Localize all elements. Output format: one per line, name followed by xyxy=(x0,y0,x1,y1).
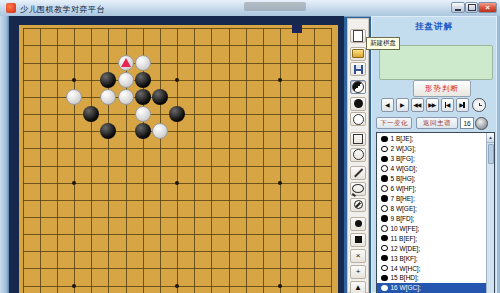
board-grid-line xyxy=(331,28,332,293)
move-list-item[interactable]: 11 B[EF]; xyxy=(377,233,487,243)
move-label: 16 W[GC]; xyxy=(391,284,421,291)
next-variation-button[interactable]: 下一变化 xyxy=(376,117,412,129)
marker-square-button[interactable] xyxy=(350,233,366,247)
step-forward-icon: ▶ xyxy=(400,101,405,108)
filled-square-marker-icon xyxy=(355,236,362,243)
board-grid-line xyxy=(108,28,109,293)
board-grid-line xyxy=(23,28,24,293)
title-bar: 少儿围棋教学对弈平台 × xyxy=(0,0,500,17)
move-label: 7 B[HE]; xyxy=(391,195,415,202)
move-list-item[interactable]: 2 W[JG]; xyxy=(377,144,487,154)
move-list[interactable]: 16 W[GC];15 B[HD];14 W[HC];13 B[KF];12 W… xyxy=(376,132,495,293)
board-grid-line xyxy=(23,45,333,46)
tooltip: 新建棋盘 xyxy=(366,37,400,50)
plus-marker-icon: + xyxy=(356,268,361,276)
white-stone xyxy=(152,123,168,139)
board-grid-line xyxy=(23,63,333,64)
marker-plus-button[interactable]: + xyxy=(350,265,366,279)
step-forward-button[interactable]: ▶ xyxy=(396,98,410,112)
scroll-up-icon[interactable]: ▲ xyxy=(487,133,494,143)
white-stone xyxy=(118,72,134,88)
window-left-border xyxy=(0,16,9,293)
marker-dot-button[interactable] xyxy=(350,217,366,231)
move-number-field[interactable]: 16 xyxy=(460,117,474,129)
black-stone-icon xyxy=(381,175,388,182)
board-grid-line xyxy=(246,28,247,293)
app-icon xyxy=(6,3,16,13)
star-point xyxy=(72,181,76,185)
move-list-item[interactable]: 15 B[HD]; xyxy=(377,273,487,283)
clock-button[interactable] xyxy=(472,98,486,112)
step-back-button[interactable]: ◀ xyxy=(381,98,395,112)
black-stone-icon xyxy=(381,195,388,202)
move-list-item[interactable]: 12 W[DE]; xyxy=(377,243,487,253)
black-stone xyxy=(135,89,151,105)
move-label: 6 W[HF]; xyxy=(391,185,417,192)
star-point xyxy=(175,78,179,82)
to-end-button[interactable]: ▶ xyxy=(456,98,470,112)
square-marker xyxy=(292,25,302,33)
white-stone-icon xyxy=(381,285,388,292)
white-stone xyxy=(135,106,151,122)
board-grid-line xyxy=(23,148,333,149)
last-move-triangle-marker xyxy=(121,58,131,67)
black-stone xyxy=(152,89,168,105)
alternate-stones-button[interactable] xyxy=(350,80,366,94)
white-stone-icon xyxy=(381,225,388,232)
move-label: 10 W[FE]; xyxy=(391,225,420,232)
line-icon xyxy=(354,169,363,178)
white-stone xyxy=(118,89,134,105)
erase-button[interactable] xyxy=(350,198,366,212)
move-label: 1 B[JE]; xyxy=(391,135,414,142)
white-stone xyxy=(135,55,151,71)
star-point xyxy=(175,181,179,185)
board-grid-line xyxy=(23,217,333,218)
square-outline-icon xyxy=(353,134,363,144)
maximize-button[interactable] xyxy=(465,2,478,13)
black-stone-icon xyxy=(381,235,388,242)
new-file-icon xyxy=(353,30,363,42)
go-board[interactable] xyxy=(19,25,338,293)
white-stone-icon xyxy=(381,205,388,212)
move-label: 12 W[DE]; xyxy=(391,245,421,252)
white-stone-icon xyxy=(381,245,388,252)
x-marker-icon: × xyxy=(356,252,361,260)
move-list-item[interactable]: 16 W[GC]; xyxy=(377,283,487,293)
star-point xyxy=(278,78,282,82)
fast-back-button[interactable]: ◀◀ xyxy=(411,98,425,112)
marker-x-button[interactable]: × xyxy=(350,249,366,263)
place-black-button[interactable] xyxy=(350,97,366,111)
move-list-item[interactable]: 4 W[GD]; xyxy=(377,164,487,174)
fast-back-icon: ◀ xyxy=(417,101,422,108)
comment-box[interactable] xyxy=(379,45,493,80)
board-grid-line xyxy=(263,28,264,293)
board-grid-line xyxy=(229,28,230,293)
board-grid-line xyxy=(23,131,333,132)
dot-marker-icon xyxy=(355,220,362,227)
board-grid-line xyxy=(194,28,195,293)
move-list-scrollbar[interactable]: ▲ xyxy=(486,133,494,293)
star-point xyxy=(72,284,76,288)
board-grid-line xyxy=(23,200,333,201)
close-icon: × xyxy=(485,3,490,12)
scrollbar-thumb[interactable] xyxy=(488,144,494,164)
maximize-icon xyxy=(468,4,476,11)
black-stone-icon xyxy=(381,255,388,262)
close-button[interactable]: × xyxy=(478,2,497,13)
to-start-button[interactable]: ◀ xyxy=(441,98,455,112)
board-grid-line xyxy=(91,28,92,293)
window-title: 少儿围棋教学对弈平台 xyxy=(20,4,105,15)
black-stone xyxy=(169,106,185,122)
draw-line-button[interactable] xyxy=(350,166,366,180)
lasso-button[interactable] xyxy=(350,182,366,196)
black-stone-icon xyxy=(381,136,388,143)
board-grid-line xyxy=(23,268,333,269)
board-grid-line xyxy=(23,251,333,252)
board-grid-line xyxy=(23,166,333,167)
move-list-item[interactable]: 5 B[HG]; xyxy=(377,174,487,184)
white-stone-icon xyxy=(381,165,388,172)
star-point xyxy=(278,284,282,288)
to-start-icon: ◀ xyxy=(446,101,451,108)
return-main-line-button[interactable]: 返回主谱 xyxy=(416,117,458,129)
board-grid-line xyxy=(57,28,58,293)
move-list-item[interactable]: 9 B[FD]; xyxy=(377,213,487,223)
goto-move-button[interactable] xyxy=(475,117,488,130)
app-window: 少儿围棋教学对弈平台 × ×+▲ 新建棋盘 挂盘讲解 形势判断 ◀▶◀◀▶▶◀▶… xyxy=(0,0,500,293)
black-stone-icon xyxy=(354,99,363,108)
clock-hand xyxy=(479,105,482,106)
mark-circle-button[interactable] xyxy=(350,148,366,162)
fast-forward-icon: ▶ xyxy=(432,101,437,108)
white-stone-icon xyxy=(381,185,388,192)
situation-judgment-button[interactable]: 形势判断 xyxy=(413,80,471,97)
no-symbol-icon xyxy=(354,200,363,209)
board-grid-line xyxy=(74,28,75,293)
move-list-item[interactable]: 10 W[FE]; xyxy=(377,223,487,233)
board-grid-line xyxy=(160,28,161,293)
move-label: 15 B[HD]; xyxy=(391,274,419,281)
board-grid-line xyxy=(23,28,333,29)
open-folder-icon xyxy=(352,49,364,58)
board-grid-line xyxy=(40,28,41,293)
watermark xyxy=(244,2,306,11)
to-end-icon xyxy=(463,102,465,108)
board-grid-line xyxy=(211,28,212,293)
black-stone-icon xyxy=(381,275,388,282)
black-stone-icon xyxy=(381,156,388,163)
white-stone xyxy=(100,89,116,105)
place-white-button[interactable] xyxy=(350,112,366,126)
black-stone xyxy=(135,72,151,88)
move-label: 9 B[FD]; xyxy=(391,215,415,222)
board-grid-line xyxy=(280,28,281,293)
white-stone-icon xyxy=(381,265,388,272)
move-label: 8 W[GE]; xyxy=(391,205,417,212)
side-panel: 挂盘讲解 形势判断 ◀▶◀◀▶▶◀▶ 下一变化 返回主谱 16 16 W[GC]… xyxy=(371,16,497,293)
white-stone-icon xyxy=(353,114,364,125)
move-label: 4 W[GD]; xyxy=(391,165,418,172)
step-back-icon: ◀ xyxy=(385,101,390,108)
move-list-item[interactable]: 8 W[GE]; xyxy=(377,204,487,214)
move-list-item[interactable]: 7 B[HE]; xyxy=(377,194,487,204)
move-label: 14 W[HC]; xyxy=(391,265,421,272)
white-stone xyxy=(66,89,82,105)
move-label: 3 B[FG]; xyxy=(391,155,415,162)
move-list-item[interactable]: 6 W[HF]; xyxy=(377,184,487,194)
fast-forward-button[interactable]: ▶▶ xyxy=(426,98,440,112)
move-list-item[interactable]: 1 B[JE]; xyxy=(377,134,487,144)
panel-title: 挂盘讲解 xyxy=(372,21,496,33)
lasso-icon xyxy=(352,184,364,193)
black-stone xyxy=(100,72,116,88)
board-grid-line xyxy=(23,234,333,235)
marker-triangle-button[interactable]: ▲ xyxy=(350,281,366,293)
minimize-icon xyxy=(455,9,461,11)
move-label: 11 B[EF]; xyxy=(391,235,418,242)
move-list-item[interactable]: 14 W[HC]; xyxy=(377,263,487,273)
move-list-item[interactable]: 13 B[KF]; xyxy=(377,253,487,263)
move-label: 5 B[HG]; xyxy=(391,175,416,182)
star-point xyxy=(278,181,282,185)
star-point xyxy=(72,78,76,82)
star-point xyxy=(175,284,179,288)
move-label: 2 W[JG]; xyxy=(391,145,416,152)
new-board-button[interactable] xyxy=(350,29,366,43)
save-file-button[interactable] xyxy=(350,62,366,76)
move-label: 13 B[KF]; xyxy=(391,255,418,262)
alternate-stones-icon xyxy=(352,81,364,93)
board-grid-line xyxy=(297,28,298,293)
minimize-button[interactable] xyxy=(451,2,465,13)
board-grid-line xyxy=(177,28,178,293)
black-stone xyxy=(100,123,116,139)
board-frame xyxy=(9,16,344,293)
black-stone-icon xyxy=(381,215,388,222)
triangle-marker-icon: ▲ xyxy=(354,284,362,292)
circle-outline-icon xyxy=(353,149,364,160)
board-grid-line xyxy=(314,28,315,293)
move-list-item[interactable]: 3 B[FG]; xyxy=(377,154,487,164)
toolbar: ×+▲ xyxy=(347,18,369,293)
black-stone xyxy=(135,123,151,139)
black-stone xyxy=(83,106,99,122)
save-disk-icon xyxy=(354,65,363,74)
white-stone-icon xyxy=(381,146,388,153)
open-file-button[interactable] xyxy=(350,47,366,61)
mark-square-button[interactable] xyxy=(350,132,366,146)
